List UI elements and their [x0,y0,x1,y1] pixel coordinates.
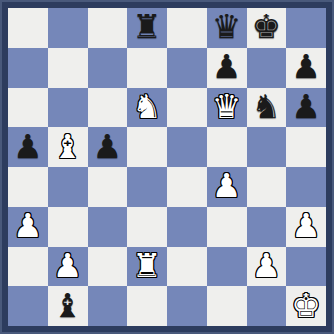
square-b2[interactable]: ♟ [48,247,88,287]
piece-white-queen[interactable]: ♛ [212,90,242,123]
piece-white-pawn[interactable]: ♟ [13,209,43,242]
square-g4[interactable] [247,167,287,207]
square-h2[interactable] [286,247,326,287]
square-f8[interactable]: ♛ [207,8,247,48]
square-h6[interactable]: ♟ [286,88,326,128]
piece-white-pawn[interactable]: ♟ [291,209,321,242]
piece-black-queen[interactable]: ♛ [212,10,242,43]
square-d2[interactable]: ♜ [127,247,167,287]
square-e6[interactable] [167,88,207,128]
piece-black-pawn[interactable]: ♟ [291,90,321,123]
square-a4[interactable] [8,167,48,207]
piece-white-pawn[interactable]: ♟ [53,249,83,282]
square-a2[interactable] [8,247,48,287]
square-d1[interactable] [127,286,167,326]
square-e1[interactable] [167,286,207,326]
square-a7[interactable] [8,48,48,88]
square-e3[interactable] [167,207,207,247]
square-c4[interactable] [88,167,128,207]
square-h4[interactable] [286,167,326,207]
square-g6[interactable]: ♞ [247,88,287,128]
square-e4[interactable] [167,167,207,207]
piece-white-knight[interactable]: ♞ [132,90,162,123]
square-f3[interactable] [207,207,247,247]
piece-black-pawn[interactable]: ♟ [93,130,123,163]
square-f5[interactable] [207,127,247,167]
piece-black-pawn[interactable]: ♟ [212,50,242,83]
square-h7[interactable]: ♟ [286,48,326,88]
square-g1[interactable] [247,286,287,326]
piece-white-bishop[interactable]: ♝ [53,130,83,163]
piece-black-knight[interactable]: ♞ [252,90,282,123]
square-f2[interactable] [207,247,247,287]
piece-black-bishop[interactable]: ♝ [53,289,83,322]
square-f4[interactable]: ♟ [207,167,247,207]
square-b4[interactable] [48,167,88,207]
square-h8[interactable] [286,8,326,48]
square-a5[interactable]: ♟ [8,127,48,167]
square-e2[interactable] [167,247,207,287]
square-g3[interactable] [247,207,287,247]
square-b6[interactable] [48,88,88,128]
square-a3[interactable]: ♟ [8,207,48,247]
board-grid: ♜♛♚♟♟♞♛♞♟♟♝♟♟♟♟♟♜♟♝♚ [8,8,326,326]
piece-black-pawn[interactable]: ♟ [13,130,43,163]
square-d3[interactable] [127,207,167,247]
square-c5[interactable]: ♟ [88,127,128,167]
square-d8[interactable]: ♜ [127,8,167,48]
square-e7[interactable] [167,48,207,88]
square-c1[interactable] [88,286,128,326]
piece-white-pawn[interactable]: ♟ [252,249,282,282]
square-g2[interactable]: ♟ [247,247,287,287]
square-f7[interactable]: ♟ [207,48,247,88]
square-d7[interactable] [127,48,167,88]
square-b8[interactable] [48,8,88,48]
piece-black-rook[interactable]: ♜ [132,10,162,43]
square-b5[interactable]: ♝ [48,127,88,167]
piece-white-rook[interactable]: ♜ [132,249,162,282]
piece-black-pawn[interactable]: ♟ [291,50,321,83]
square-c2[interactable] [88,247,128,287]
piece-white-pawn[interactable]: ♟ [212,169,242,202]
square-a8[interactable] [8,8,48,48]
chess-board: ♜♛♚♟♟♞♛♞♟♟♝♟♟♟♟♟♜♟♝♚ [0,0,334,334]
piece-white-king[interactable]: ♚ [291,289,321,322]
square-c3[interactable] [88,207,128,247]
square-a1[interactable] [8,286,48,326]
square-h3[interactable]: ♟ [286,207,326,247]
square-c8[interactable] [88,8,128,48]
square-d5[interactable] [127,127,167,167]
square-f1[interactable] [207,286,247,326]
square-d4[interactable] [127,167,167,207]
square-b3[interactable] [48,207,88,247]
square-c7[interactable] [88,48,128,88]
square-a6[interactable] [8,88,48,128]
square-b7[interactable] [48,48,88,88]
square-c6[interactable] [88,88,128,128]
square-g5[interactable] [247,127,287,167]
square-b1[interactable]: ♝ [48,286,88,326]
square-d6[interactable]: ♞ [127,88,167,128]
square-g7[interactable] [247,48,287,88]
square-h5[interactable] [286,127,326,167]
square-f6[interactable]: ♛ [207,88,247,128]
piece-black-king[interactable]: ♚ [252,10,282,43]
square-g8[interactable]: ♚ [247,8,287,48]
square-h1[interactable]: ♚ [286,286,326,326]
square-e8[interactable] [167,8,207,48]
square-e5[interactable] [167,127,207,167]
